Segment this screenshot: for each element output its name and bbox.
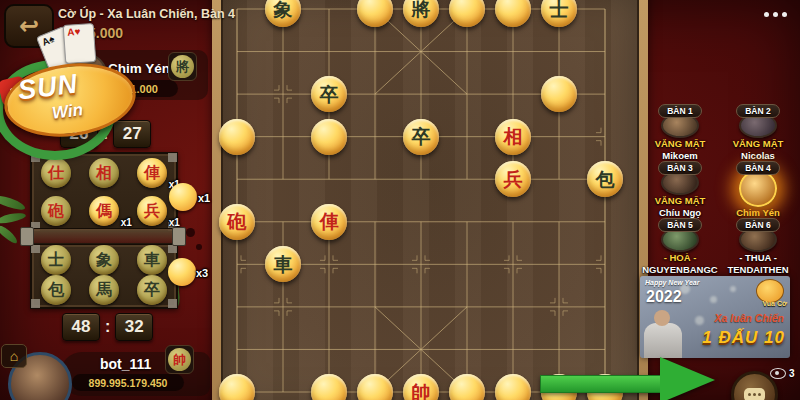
captured-piece: 馬 [89,275,119,305]
player-side-badge: 帥 [165,345,194,374]
covered-piece[interactable] [219,119,255,155]
table-card-4[interactable]: BÀN 4Chim Yén [719,161,797,218]
table-badge: BÀN 4 [736,161,780,175]
eye-icon [770,368,786,379]
piece-red[interactable]: 兵 [495,161,531,197]
captured-piece: 相 [89,158,119,188]
xiangqi-board[interactable]: 象將士卒卒相兵包砲俥車帥 [212,0,648,400]
banner-line1: Xa luân Chiến [715,312,784,324]
more-menu-icon[interactable] [764,12,787,17]
table-line: - THUA - [739,252,777,263]
tray-divider [22,228,184,245]
chat-bubble-icon [744,388,765,400]
table-badge: BÀN 5 [658,218,702,232]
banner-person [644,323,682,358]
table-line: Nicolas [741,150,775,161]
piece-black[interactable]: 卒 [311,76,347,112]
spectator-count: 3 [789,368,795,379]
captured-piece: 兵 [137,196,167,226]
piece-black[interactable]: 卒 [403,119,439,155]
piece-red[interactable]: 相 [495,119,531,155]
playing-card-icon: A♥ [63,23,97,64]
captured-piece: 俥 [137,158,167,188]
covered-piece[interactable] [541,76,577,112]
captured-black-tray: 士象車包馬卒 [30,243,178,309]
piece-red[interactable]: 砲 [219,204,255,240]
table-card-2[interactable]: BÀN 2VẮNG MẶTNicolas [719,104,797,161]
captured-facedown-piece [168,258,196,286]
promo-banner[interactable]: Happy New Year 2022 Vua Cờ Xa luân Chiến… [640,276,790,358]
table-line: NGUYENBANGC [642,264,717,275]
banner-line2: 1 ĐẤU 10 [702,328,785,348]
table-card-1[interactable]: BÀN 1VẮNG MẶTMikoem [641,104,719,161]
player-name: bot_111 [100,356,151,372]
facedown-count: x3 [196,267,208,279]
table-badge: BÀN 6 [736,218,780,232]
banner-year: 2022 [646,288,682,306]
table-avatar [739,170,777,207]
opponent-side-badge: 將 [168,52,197,81]
table-line: VẮNG MẶT [655,138,706,149]
table-list: BÀN 1VẮNG MẶTMikoemBÀN 2VẮNG MẶTNicolasB… [641,104,797,275]
captured-piece: 卒 [137,275,167,305]
bamboo-leaf [0,223,20,246]
bamboo-leaf [0,193,27,212]
game-screen: 象將士卒卒相兵包砲俥車帥 ↩ Cờ Úp - Xa Luân Chiến, Bà… [0,0,800,400]
sunwin-logo: A♠ A♥ SUN Win [0,16,144,136]
logo-text-win: Win [51,100,84,124]
captured-piece: 車 [137,245,167,275]
banner-person-head [654,310,670,326]
player-timer: 48:32 [62,313,153,341]
piece-black[interactable]: 包 [587,161,623,197]
home-icon[interactable]: ⌂ [1,344,27,368]
bokeh-dot [710,296,717,303]
board-grid [212,0,648,400]
captured-facedown-piece [169,183,197,211]
facedown-count: x1 [198,192,210,204]
table-line: Chíu Ngọ [659,207,701,218]
table-card-5[interactable]: BÀN 5- HOÀ -NGUYENBANGC [641,218,719,275]
piece-red[interactable]: 俥 [311,204,347,240]
captured-piece: 象 [89,245,119,275]
table-line: VẮNG MẶT [733,138,784,149]
table-card-6[interactable]: BÀN 6- THUA -TENDAITHEN [719,218,797,275]
table-badge: BÀN 2 [736,104,780,118]
bokeh-dot [730,286,736,292]
vua-co-label: Vua Cờ [762,300,787,307]
table-card-3[interactable]: BÀN 3VẮNG MẶTChíu Ngọ [641,161,719,218]
captured-piece: 包 [41,275,71,305]
table-line: Chim Yén [736,207,780,218]
bamboo-leaf [0,211,27,225]
captured-piece: 傌 [89,196,119,226]
table-line: Mikoem [662,150,697,161]
banner-greeting: Happy New Year [645,279,699,286]
captured-piece: 士 [41,245,71,275]
spectators[interactable]: 3 [770,368,795,379]
captured-red-tray: 仕相俥x1砲傌x1兵x1 [30,152,178,232]
player-money: 899.995.179.450 [72,374,184,391]
table-line: VẮNG MẶT [655,195,706,206]
captured-piece: 砲 [41,196,71,226]
captured-piece: 仕 [41,158,71,188]
table-badge: BÀN 1 [658,104,702,118]
bokeh-dot [695,316,704,325]
covered-piece[interactable] [311,119,347,155]
table-line: - HOÀ - [664,252,697,263]
table-badge: BÀN 3 [658,161,702,175]
table-line: TENDAITHEN [727,264,788,275]
tutorial-arrow [540,357,720,400]
splatter-decor [196,244,202,250]
splatter-decor [186,228,195,237]
